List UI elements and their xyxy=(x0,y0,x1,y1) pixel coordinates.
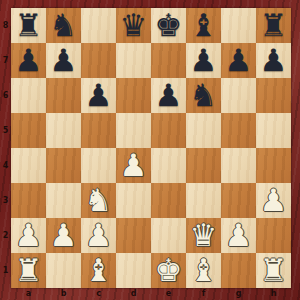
square-e3[interactable] xyxy=(151,183,186,218)
square-c5[interactable] xyxy=(81,113,116,148)
square-h7[interactable]: ♟ xyxy=(256,43,291,78)
square-e1[interactable]: ♚ xyxy=(151,253,186,288)
square-f8[interactable]: ♝ xyxy=(186,8,221,43)
square-b6[interactable] xyxy=(46,78,81,113)
square-g4[interactable] xyxy=(221,148,256,183)
piece-black-knight-f6[interactable]: ♞ xyxy=(190,78,218,113)
piece-white-pawn-b2[interactable]: ♟ xyxy=(50,218,78,253)
square-e5[interactable] xyxy=(151,113,186,148)
piece-black-rook-h8[interactable]: ♜ xyxy=(260,8,288,43)
square-g1[interactable] xyxy=(221,253,256,288)
square-e4[interactable] xyxy=(151,148,186,183)
file-label-a: a xyxy=(11,288,46,300)
rank-label-1: 1 xyxy=(0,253,11,288)
file-label-b: b xyxy=(46,288,81,300)
piece-white-queen-f2[interactable]: ♛ xyxy=(190,218,218,253)
square-f3[interactable] xyxy=(186,183,221,218)
square-b1[interactable] xyxy=(46,253,81,288)
piece-white-pawn-h3[interactable]: ♟ xyxy=(260,183,288,218)
square-e7[interactable] xyxy=(151,43,186,78)
file-label-f: f xyxy=(186,288,221,300)
square-g2[interactable]: ♟ xyxy=(221,218,256,253)
piece-black-queen-d8[interactable]: ♛ xyxy=(120,8,148,43)
rank-label-6: 6 xyxy=(0,78,11,113)
square-d8[interactable]: ♛ xyxy=(116,8,151,43)
square-a7[interactable]: ♟ xyxy=(11,43,46,78)
piece-black-pawn-g7[interactable]: ♟ xyxy=(225,43,253,78)
rank-label-4: 4 xyxy=(0,148,11,183)
square-a1[interactable]: ♜ xyxy=(11,253,46,288)
piece-white-pawn-c2[interactable]: ♟ xyxy=(85,218,113,253)
square-c4[interactable] xyxy=(81,148,116,183)
square-f2[interactable]: ♛ xyxy=(186,218,221,253)
square-d7[interactable] xyxy=(116,43,151,78)
square-b8[interactable]: ♞ xyxy=(46,8,81,43)
file-label-d: d xyxy=(116,288,151,300)
square-g7[interactable]: ♟ xyxy=(221,43,256,78)
piece-white-pawn-d4[interactable]: ♟ xyxy=(120,148,148,183)
square-g8[interactable] xyxy=(221,8,256,43)
square-d3[interactable] xyxy=(116,183,151,218)
rank-label-3: 3 xyxy=(0,183,11,218)
square-f4[interactable] xyxy=(186,148,221,183)
piece-white-rook-h1[interactable]: ♜ xyxy=(260,253,288,288)
square-a6[interactable] xyxy=(11,78,46,113)
square-g3[interactable] xyxy=(221,183,256,218)
piece-black-bishop-f8[interactable]: ♝ xyxy=(190,8,218,43)
piece-black-pawn-h7[interactable]: ♟ xyxy=(260,43,288,78)
square-f7[interactable]: ♟ xyxy=(186,43,221,78)
square-h1[interactable]: ♜ xyxy=(256,253,291,288)
piece-white-rook-a1[interactable]: ♜ xyxy=(15,253,43,288)
piece-white-bishop-f1[interactable]: ♝ xyxy=(190,253,218,288)
square-a5[interactable] xyxy=(11,113,46,148)
file-label-e: e xyxy=(151,288,186,300)
square-c8[interactable] xyxy=(81,8,116,43)
piece-black-pawn-c6[interactable]: ♟ xyxy=(85,78,113,113)
square-d1[interactable] xyxy=(116,253,151,288)
square-b3[interactable] xyxy=(46,183,81,218)
square-a2[interactable]: ♟ xyxy=(11,218,46,253)
piece-black-pawn-f7[interactable]: ♟ xyxy=(190,43,218,78)
piece-black-rook-a8[interactable]: ♜ xyxy=(15,8,43,43)
square-h6[interactable] xyxy=(256,78,291,113)
square-f6[interactable]: ♞ xyxy=(186,78,221,113)
square-c2[interactable]: ♟ xyxy=(81,218,116,253)
file-label-g: g xyxy=(221,288,256,300)
rank-label-7: 7 xyxy=(0,43,11,78)
file-label-h: h xyxy=(256,288,291,300)
piece-black-king-e8[interactable]: ♚ xyxy=(155,8,183,43)
piece-white-bishop-c1[interactable]: ♝ xyxy=(85,253,113,288)
piece-black-pawn-e6[interactable]: ♟ xyxy=(155,78,183,113)
square-g6[interactable] xyxy=(221,78,256,113)
square-b2[interactable]: ♟ xyxy=(46,218,81,253)
square-e6[interactable]: ♟ xyxy=(151,78,186,113)
chess-board-frame: ♜♞♛♚♝♜♟♟♟♟♟♟♟♞♟♞♟♟♟♟♛♟♜♝♚♝♜ 87654321 abc… xyxy=(0,0,300,300)
square-e2[interactable] xyxy=(151,218,186,253)
chess-board: ♜♞♛♚♝♜♟♟♟♟♟♟♟♞♟♞♟♟♟♟♛♟♜♝♚♝♜ xyxy=(11,8,291,288)
rank-label-5: 5 xyxy=(0,113,11,148)
rank-label-8: 8 xyxy=(0,8,11,43)
piece-black-pawn-a7[interactable]: ♟ xyxy=(15,43,43,78)
square-c1[interactable]: ♝ xyxy=(81,253,116,288)
square-h4[interactable] xyxy=(256,148,291,183)
square-a3[interactable] xyxy=(11,183,46,218)
square-b4[interactable] xyxy=(46,148,81,183)
square-c6[interactable]: ♟ xyxy=(81,78,116,113)
square-d2[interactable] xyxy=(116,218,151,253)
square-d6[interactable] xyxy=(116,78,151,113)
square-h3[interactable]: ♟ xyxy=(256,183,291,218)
file-label-c: c xyxy=(81,288,116,300)
square-a4[interactable] xyxy=(11,148,46,183)
piece-black-pawn-b7[interactable]: ♟ xyxy=(50,43,78,78)
piece-black-knight-b8[interactable]: ♞ xyxy=(50,8,78,43)
piece-white-pawn-a2[interactable]: ♟ xyxy=(15,218,43,253)
square-e8[interactable]: ♚ xyxy=(151,8,186,43)
square-h8[interactable]: ♜ xyxy=(256,8,291,43)
square-h5[interactable] xyxy=(256,113,291,148)
square-b5[interactable] xyxy=(46,113,81,148)
piece-white-king-e1[interactable]: ♚ xyxy=(155,253,183,288)
rank-label-2: 2 xyxy=(0,218,11,253)
piece-white-pawn-g2[interactable]: ♟ xyxy=(225,218,253,253)
square-d5[interactable] xyxy=(116,113,151,148)
square-a8[interactable]: ♜ xyxy=(11,8,46,43)
piece-white-knight-c3[interactable]: ♞ xyxy=(85,183,113,218)
square-c7[interactable] xyxy=(81,43,116,78)
square-f1[interactable]: ♝ xyxy=(186,253,221,288)
square-c3[interactable]: ♞ xyxy=(81,183,116,218)
square-h2[interactable] xyxy=(256,218,291,253)
square-g5[interactable] xyxy=(221,113,256,148)
square-f5[interactable] xyxy=(186,113,221,148)
square-d4[interactable]: ♟ xyxy=(116,148,151,183)
square-b7[interactable]: ♟ xyxy=(46,43,81,78)
